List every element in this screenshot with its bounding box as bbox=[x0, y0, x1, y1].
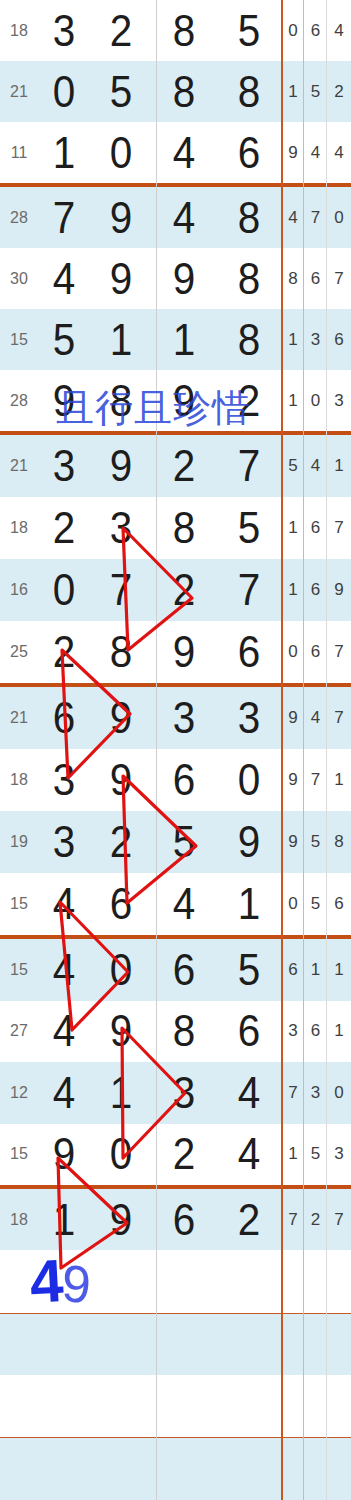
draw-row: 154641056 bbox=[0, 873, 351, 935]
tail-cell: 4 bbox=[282, 208, 304, 228]
tail-cell: 7 bbox=[282, 1210, 304, 1230]
digit-cell: 3 bbox=[219, 696, 280, 740]
digit-cell: 3 bbox=[92, 506, 149, 550]
tail-cell: 9 bbox=[282, 832, 304, 852]
digit-cell: 7 bbox=[219, 444, 280, 488]
tail-cell: 0 bbox=[282, 642, 304, 662]
tail-cell: 1 bbox=[304, 960, 327, 980]
digit-cell: 2 bbox=[40, 630, 88, 674]
sum-cell: 12 bbox=[0, 1084, 38, 1102]
sum-cell: 11 bbox=[0, 144, 38, 162]
digit-cell: 4 bbox=[40, 948, 88, 992]
sum-cell: 30 bbox=[0, 270, 38, 288]
draw-rows-container: 1832850642105881521110469442879484703049… bbox=[0, 0, 351, 1500]
digit-cell: 8 bbox=[219, 257, 280, 301]
digit-cell: 6 bbox=[155, 758, 214, 802]
empty-row bbox=[0, 1438, 351, 1500]
tail-cell: 1 bbox=[327, 960, 351, 980]
digit-cell: 9 bbox=[92, 696, 149, 740]
digit-cell: 4 bbox=[219, 1071, 280, 1115]
tail-cell: 3 bbox=[304, 330, 327, 350]
digit-cell: 6 bbox=[219, 1009, 280, 1053]
tail-cell: 5 bbox=[304, 894, 327, 914]
tail-cell: 6 bbox=[304, 1021, 327, 1041]
draw-row: 154065611 bbox=[0, 939, 351, 1001]
digit-cell: 4 bbox=[155, 131, 214, 175]
tail-cell: 0 bbox=[282, 894, 304, 914]
digit-cell: 3 bbox=[155, 696, 214, 740]
draw-row: 304998867 bbox=[0, 248, 351, 309]
digit-cell: 8 bbox=[92, 379, 149, 423]
digit-cell: 3 bbox=[40, 444, 88, 488]
sum-cell: 15 bbox=[0, 961, 38, 979]
digit-cell: 3 bbox=[40, 9, 88, 53]
digit-cell: 0 bbox=[40, 568, 88, 612]
tail-cell: 4 bbox=[304, 143, 327, 163]
digit-cell: 9 bbox=[92, 257, 149, 301]
draw-row: 252896067 bbox=[0, 621, 351, 683]
draw-row: 183285064 bbox=[0, 0, 351, 61]
tail-cell: 8 bbox=[282, 269, 304, 289]
tail-cell: 6 bbox=[304, 642, 327, 662]
digit-cell: 9 bbox=[155, 379, 214, 423]
sum-cell: 21 bbox=[0, 709, 38, 727]
digit-cell: 0 bbox=[40, 70, 88, 114]
digit-cell: 9 bbox=[219, 820, 280, 864]
digit-cell: 2 bbox=[155, 1132, 214, 1176]
tail-cell: 6 bbox=[327, 894, 351, 914]
tail-cell: 7 bbox=[327, 1210, 351, 1230]
column-divider-line bbox=[156, 0, 157, 1500]
digit-cell: 2 bbox=[219, 379, 280, 423]
draw-row: 289892103 bbox=[0, 370, 351, 431]
tail-cell: 4 bbox=[304, 708, 327, 728]
tail-cell: 9 bbox=[327, 580, 351, 600]
digit-cell: 9 bbox=[92, 1198, 149, 1242]
tail-cell: 7 bbox=[304, 208, 327, 228]
digit-cell: 0 bbox=[92, 948, 149, 992]
digit-cell: 9 bbox=[155, 630, 214, 674]
draw-row: 159024153 bbox=[0, 1124, 351, 1186]
digit-cell: 8 bbox=[219, 70, 280, 114]
tail-cell: 6 bbox=[282, 960, 304, 980]
tail-cell: 9 bbox=[282, 143, 304, 163]
digit-cell: 6 bbox=[92, 882, 149, 926]
digit-cell: 4 bbox=[40, 257, 88, 301]
draw-row: 193259958 bbox=[0, 811, 351, 873]
digit-cell: 6 bbox=[155, 948, 214, 992]
digit-cell: 1 bbox=[40, 131, 88, 175]
sum-cell: 15 bbox=[0, 895, 38, 913]
tail-cell: 4 bbox=[304, 456, 327, 476]
tail-cell: 7 bbox=[327, 518, 351, 538]
draw-row: 124134730 bbox=[0, 1062, 351, 1124]
empty-row bbox=[0, 1375, 351, 1437]
digit-cell: 1 bbox=[92, 1071, 149, 1115]
draw-row: 287948470 bbox=[0, 187, 351, 248]
draw-row: 210588152 bbox=[0, 61, 351, 122]
digit-cell: 0 bbox=[219, 758, 280, 802]
tail-cell: 7 bbox=[282, 1083, 304, 1103]
digit-cell: 5 bbox=[219, 948, 280, 992]
tail-cell: 6 bbox=[304, 518, 327, 538]
digit-cell: 6 bbox=[219, 630, 280, 674]
tail-cell: 3 bbox=[282, 1021, 304, 1041]
tail-cell: 1 bbox=[282, 580, 304, 600]
tail-cell: 1 bbox=[327, 456, 351, 476]
tail-cell: 1 bbox=[282, 1144, 304, 1164]
digit-cell: 3 bbox=[155, 1071, 214, 1115]
digit-cell: 0 bbox=[92, 131, 149, 175]
tail-cell: 6 bbox=[304, 269, 327, 289]
digit-cell: 5 bbox=[40, 318, 88, 362]
digit-cell: 5 bbox=[219, 506, 280, 550]
draw-row: 181962727 bbox=[0, 1189, 351, 1250]
digit-cell: 8 bbox=[155, 9, 214, 53]
tail-cell: 0 bbox=[282, 21, 304, 41]
lottery-trend-table: 1832850642105881521110469442879484703049… bbox=[0, 0, 351, 1500]
digit-cell: 1 bbox=[155, 318, 214, 362]
digit-cell: 2 bbox=[155, 444, 214, 488]
sum-cell: 18 bbox=[0, 771, 38, 789]
digit-cell: 5 bbox=[92, 70, 149, 114]
sum-cell: 27 bbox=[0, 1022, 38, 1040]
digit-cell: 8 bbox=[155, 506, 214, 550]
tail-cell: 5 bbox=[304, 1144, 327, 1164]
digit-cell: 9 bbox=[155, 257, 214, 301]
sum-cell: 18 bbox=[0, 519, 38, 537]
digit-cell: 7 bbox=[219, 568, 280, 612]
digit-cell: 5 bbox=[219, 9, 280, 53]
digit-cell: 2 bbox=[155, 568, 214, 612]
tail-cell: 6 bbox=[304, 21, 327, 41]
digit-cell: 9 bbox=[92, 196, 149, 240]
tail-column-divider-line-2 bbox=[326, 0, 327, 1500]
sum-cell: 28 bbox=[0, 209, 38, 227]
sum-cell: 28 bbox=[0, 392, 38, 410]
tail-cell: 5 bbox=[304, 832, 327, 852]
tail-cell: 5 bbox=[282, 456, 304, 476]
sum-cell: 15 bbox=[0, 1145, 38, 1163]
digit-cell: 9 bbox=[40, 379, 88, 423]
tail-cell: 0 bbox=[327, 1083, 351, 1103]
tail-cell: 2 bbox=[327, 82, 351, 102]
digit-cell: 1 bbox=[92, 318, 149, 362]
digit-cell: 0 bbox=[92, 1132, 149, 1176]
digit-cell: 4 bbox=[40, 1071, 88, 1115]
digit-cell: 8 bbox=[219, 196, 280, 240]
digit-cell: 1 bbox=[219, 882, 280, 926]
tail-cell: 7 bbox=[327, 269, 351, 289]
digit-cell: 2 bbox=[92, 820, 149, 864]
digit-cell: 4 bbox=[155, 196, 214, 240]
tail-cell: 1 bbox=[327, 770, 351, 790]
digit-cell: 9 bbox=[40, 1132, 88, 1176]
digit-cell: 4 bbox=[155, 882, 214, 926]
digit-cell: 9 bbox=[92, 758, 149, 802]
sum-cell: 25 bbox=[0, 643, 38, 661]
tail-cell: 6 bbox=[327, 330, 351, 350]
digit-cell: 7 bbox=[92, 568, 149, 612]
digit-cell: 8 bbox=[155, 70, 214, 114]
tail-cell: 1 bbox=[282, 330, 304, 350]
draw-row: 160727169 bbox=[0, 559, 351, 621]
tail-cell: 4 bbox=[327, 21, 351, 41]
tail-cell: 1 bbox=[282, 518, 304, 538]
digit-cell: 2 bbox=[219, 1198, 280, 1242]
digit-cell: 9 bbox=[92, 1009, 149, 1053]
draw-row: 183960971 bbox=[0, 749, 351, 811]
tail-cell: 7 bbox=[304, 770, 327, 790]
tail-cell: 0 bbox=[327, 208, 351, 228]
tail-cell: 3 bbox=[327, 1144, 351, 1164]
sum-cell: 15 bbox=[0, 331, 38, 349]
digit-cell: 9 bbox=[92, 444, 149, 488]
digit-cell: 4 bbox=[219, 1132, 280, 1176]
tail-cell: 9 bbox=[282, 708, 304, 728]
draw-row: 111046944 bbox=[0, 122, 351, 183]
draw-row: 155118136 bbox=[0, 309, 351, 370]
sum-cell: 19 bbox=[0, 833, 38, 851]
digit-cell: 5 bbox=[155, 820, 214, 864]
tail-cell: 9 bbox=[282, 770, 304, 790]
tail-column-divider-line bbox=[303, 0, 304, 1500]
digit-cell: 6 bbox=[155, 1198, 214, 1242]
tail-cell: 3 bbox=[327, 391, 351, 411]
digit-cell: 3 bbox=[40, 820, 88, 864]
digit-cell: 8 bbox=[92, 630, 149, 674]
sum-cell: 16 bbox=[0, 581, 38, 599]
tail-cell: 1 bbox=[282, 391, 304, 411]
digit-cell: 3 bbox=[40, 758, 88, 802]
digit-cell: 4 bbox=[40, 882, 88, 926]
sum-cell: 21 bbox=[0, 457, 38, 475]
tail-cell: 3 bbox=[304, 1083, 327, 1103]
tail-cell: 7 bbox=[327, 642, 351, 662]
digit-cell: 8 bbox=[219, 318, 280, 362]
tail-cell: 7 bbox=[327, 708, 351, 728]
digit-cell: 6 bbox=[40, 696, 88, 740]
digit-cell: 1 bbox=[40, 1198, 88, 1242]
draw-row: 274986361 bbox=[0, 1001, 351, 1063]
digit-cell: 2 bbox=[40, 506, 88, 550]
digit-cell: 4 bbox=[40, 1009, 88, 1053]
tail-cell: 1 bbox=[282, 82, 304, 102]
empty-row bbox=[0, 1250, 351, 1313]
draw-row: 213927541 bbox=[0, 435, 351, 497]
digit-cell: 8 bbox=[155, 1009, 214, 1053]
sum-cell: 18 bbox=[0, 1211, 38, 1229]
empty-row bbox=[0, 1314, 351, 1375]
sum-cell: 21 bbox=[0, 83, 38, 101]
sum-cell: 18 bbox=[0, 22, 38, 40]
orange-column-divider-line bbox=[281, 0, 283, 1500]
tail-cell: 6 bbox=[304, 580, 327, 600]
draw-row: 182385167 bbox=[0, 497, 351, 559]
digit-cell: 7 bbox=[40, 196, 88, 240]
tail-cell: 1 bbox=[327, 1021, 351, 1041]
tail-cell: 4 bbox=[327, 143, 351, 163]
tail-cell: 8 bbox=[327, 832, 351, 852]
tail-cell: 5 bbox=[304, 82, 327, 102]
digit-cell: 6 bbox=[219, 131, 280, 175]
draw-row: 216933947 bbox=[0, 687, 351, 749]
tail-cell: 2 bbox=[304, 1210, 327, 1230]
tail-cell: 0 bbox=[304, 391, 327, 411]
digit-cell: 2 bbox=[92, 9, 149, 53]
